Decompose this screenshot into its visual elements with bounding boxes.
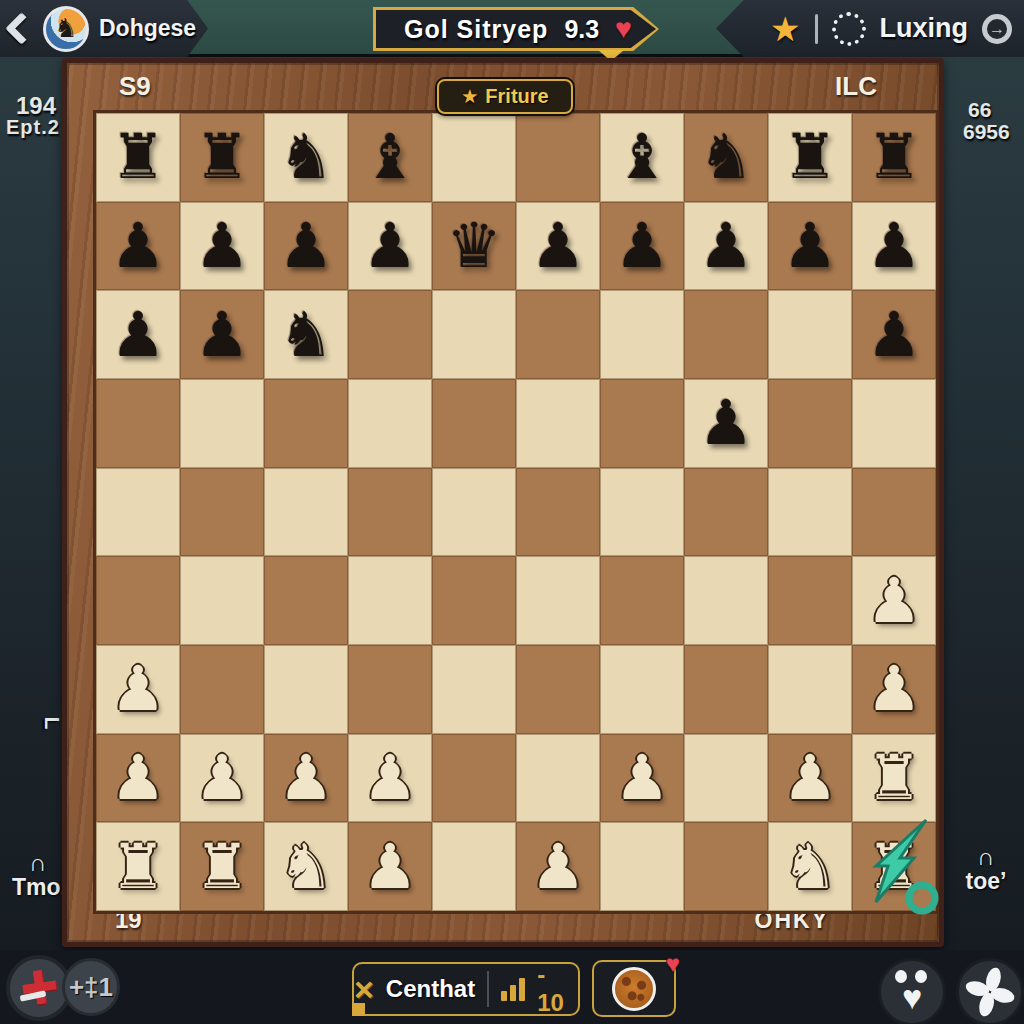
square-r2c6[interactable]: ♟ (516, 202, 600, 291)
square-r5c7[interactable] (600, 468, 684, 557)
square-r2c8[interactable]: ♟ (684, 202, 768, 291)
black-pawn: ♟ (530, 215, 586, 277)
white-rook: ♜ (194, 836, 250, 898)
square-r9c6[interactable]: ♟ (516, 822, 600, 911)
square-r9c8[interactable] (684, 822, 768, 911)
square-r5c3[interactable] (264, 468, 348, 557)
square-r4c7[interactable] (600, 379, 684, 468)
square-r8c10[interactable]: ♜ (852, 734, 936, 823)
square-r3c9[interactable] (768, 290, 852, 379)
black-knight: ♞ (278, 304, 334, 366)
heart-icon: ♥ (666, 950, 680, 978)
square-r8c1[interactable]: ♟ (96, 734, 180, 823)
bar-chart-icon (501, 977, 525, 1001)
square-r2c4[interactable]: ♟ (348, 202, 432, 291)
mode-plate: ★ Luxing → (716, 0, 1024, 57)
square-r4c5[interactable] (432, 379, 516, 468)
square-r5c1[interactable] (96, 468, 180, 557)
cookie-button[interactable]: ♥ (592, 960, 676, 1017)
square-r4c8[interactable]: ♟ (684, 379, 768, 468)
square-r5c10[interactable] (852, 468, 936, 557)
square-r1c4[interactable]: ♝ (348, 113, 432, 202)
square-r6c4[interactable] (348, 556, 432, 645)
action-button[interactable]: × Centhat - 10 (352, 962, 580, 1016)
square-r5c4[interactable] (348, 468, 432, 557)
square-r1c7[interactable]: ♝ (600, 113, 684, 202)
square-r1c10[interactable]: ♜ (852, 113, 936, 202)
square-r6c6[interactable] (516, 556, 600, 645)
square-r7c6[interactable] (516, 645, 600, 734)
bottom-bar: ✚ +‡1 × Centhat - 10 ♥ ♥ (0, 950, 1024, 1024)
square-r2c1[interactable]: ♟ (96, 202, 180, 291)
chess-board: ♜♜♞♝♝♞♜♜♟♟♟♟♛♟♟♟♟♟♟♟♞♟♟♟♟♟♟♟♟♟♟♟♜♜♜♞♟♟♞♜ (93, 110, 939, 914)
square-r2c9[interactable]: ♟ (768, 202, 852, 291)
avatar[interactable]: ♞ (43, 6, 89, 52)
white-pawn: ♟ (194, 747, 250, 809)
friture-badge[interactable]: ★ Friture (437, 79, 573, 114)
friends-icon: ♥ (892, 970, 932, 1014)
friends-button[interactable]: ♥ (878, 958, 946, 1024)
next-arrow-icon[interactable]: → (982, 14, 1012, 44)
square-r9c4[interactable]: ♟ (348, 822, 432, 911)
square-r5c6[interactable] (516, 468, 600, 557)
square-r7c10[interactable]: ♟ (852, 645, 936, 734)
square-r9c9[interactable]: ♞ (768, 822, 852, 911)
square-r1c2[interactable]: ♜ (180, 113, 264, 202)
square-r1c6[interactable] (516, 113, 600, 202)
cross-icon: × (354, 972, 374, 1006)
square-r6c7[interactable] (600, 556, 684, 645)
square-r1c5[interactable] (432, 113, 516, 202)
square-r6c3[interactable] (264, 556, 348, 645)
square-r4c3[interactable] (264, 379, 348, 468)
black-pawn: ♟ (866, 215, 922, 277)
black-knight: ♞ (278, 126, 334, 188)
square-r6c5[interactable] (432, 556, 516, 645)
square-r4c4[interactable] (348, 379, 432, 468)
square-r8c4[interactable]: ♟ (348, 734, 432, 823)
avatar-knight-icon: ♞ (54, 13, 77, 44)
square-r7c8[interactable] (684, 645, 768, 734)
square-r7c2[interactable] (180, 645, 264, 734)
black-pawn: ♟ (698, 392, 754, 454)
board-frame: S9 ILC 19 OHKY ♜♜♞♝♝♞♜♜♟♟♟♟♛♟♟♟♟♟♟♟♞♟♟♟♟… (62, 58, 944, 947)
black-rook: ♜ (782, 126, 838, 188)
white-rook: ♜ (110, 836, 166, 898)
white-pawn: ♟ (614, 747, 670, 809)
black-pawn: ♟ (362, 215, 418, 277)
square-r7c4[interactable] (348, 645, 432, 734)
black-pawn: ♟ (194, 215, 250, 277)
black-pawn: ♟ (278, 215, 334, 277)
banner-score: 9.3 (564, 15, 599, 44)
white-pawn: ♟ (362, 747, 418, 809)
divider (487, 971, 489, 1007)
square-r3c5[interactable] (432, 290, 516, 379)
clover-icon (966, 968, 1014, 1016)
white-pawn: ♟ (362, 836, 418, 898)
clover-button[interactable] (956, 958, 1024, 1024)
square-r9c2[interactable]: ♜ (180, 822, 264, 911)
black-bishop: ♝ (362, 126, 418, 188)
square-r2c3[interactable]: ♟ (264, 202, 348, 291)
square-r8c2[interactable]: ♟ (180, 734, 264, 823)
player-plate[interactable]: ♞ Dohgese (0, 0, 208, 57)
square-r3c1[interactable]: ♟ (96, 290, 180, 379)
black-pawn: ♟ (698, 215, 754, 277)
square-r8c8[interactable] (684, 734, 768, 823)
square-r5c5[interactable] (432, 468, 516, 557)
friture-label: Friture (485, 85, 548, 108)
action-label: Centhat (386, 975, 475, 1003)
right-counter-1: 66 (968, 98, 991, 122)
cookie-icon (612, 967, 656, 1011)
square-r6c1[interactable] (96, 556, 180, 645)
square-r1c8[interactable]: ♞ (684, 113, 768, 202)
square-r4c2[interactable] (180, 379, 264, 468)
white-pawn: ♟ (866, 570, 922, 632)
square-r2c5[interactable]: ♛ (432, 202, 516, 291)
mode-label: Luxing (880, 13, 969, 44)
square-r8c9[interactable]: ♟ (768, 734, 852, 823)
add-piece-button[interactable]: +‡1 (62, 958, 120, 1016)
square-r4c10[interactable] (852, 379, 936, 468)
square-r6c10[interactable]: ♟ (852, 556, 936, 645)
square-r5c9[interactable] (768, 468, 852, 557)
white-pawn: ♟ (782, 747, 838, 809)
banner-title: Gol Sitryep (404, 15, 548, 44)
back-icon[interactable] (5, 12, 38, 45)
square-r6c8[interactable] (684, 556, 768, 645)
square-r7c9[interactable] (768, 645, 852, 734)
top-bar: ♞ Dohgese Gol Sitryep 9.3 ♥ ★ Luxing → (0, 0, 1024, 57)
heart-icon: ♥ (615, 13, 632, 45)
black-pawn: ♟ (782, 215, 838, 277)
square-r9c3[interactable]: ♞ (264, 822, 348, 911)
square-r4c6[interactable] (516, 379, 600, 468)
square-r7c3[interactable] (264, 645, 348, 734)
frame-label-top-right: ILC (835, 71, 877, 102)
square-r3c3[interactable]: ♞ (264, 290, 348, 379)
square-r3c10[interactable]: ♟ (852, 290, 936, 379)
square-r1c9[interactable]: ♜ (768, 113, 852, 202)
black-bishop: ♝ (614, 126, 670, 188)
black-pawn: ♟ (110, 215, 166, 277)
square-r6c2[interactable] (180, 556, 264, 645)
square-r9c1[interactable]: ♜ (96, 822, 180, 911)
square-r7c5[interactable] (432, 645, 516, 734)
right-counter-2: 6956 (963, 120, 1010, 144)
square-r4c9[interactable] (768, 379, 852, 468)
square-r6c9[interactable] (768, 556, 852, 645)
square-r1c1[interactable]: ♜ (96, 113, 180, 202)
square-r8c3[interactable]: ♟ (264, 734, 348, 823)
square-r9c5[interactable] (432, 822, 516, 911)
white-pawn: ♟ (530, 836, 586, 898)
black-rook: ♜ (110, 126, 166, 188)
square-r5c8[interactable] (684, 468, 768, 557)
square-r8c6[interactable] (516, 734, 600, 823)
black-pawn: ♟ (194, 304, 250, 366)
arc-icon: ∩ (958, 850, 1014, 864)
white-rook: ♜ (866, 836, 922, 898)
red-cross-icon: ✚ (16, 959, 62, 1018)
score-label: - 10 (537, 961, 578, 1017)
square-r9c7[interactable] (600, 822, 684, 911)
white-knight: ♞ (782, 836, 838, 898)
square-r4c1[interactable] (96, 379, 180, 468)
square-r9c10[interactable]: ♜ (852, 822, 936, 911)
square-r8c5[interactable] (432, 734, 516, 823)
player-name: Dohgese (99, 15, 196, 42)
black-rook: ♜ (866, 126, 922, 188)
plus-glyphs: +‡1 (69, 972, 113, 1003)
square-r2c2[interactable]: ♟ (180, 202, 264, 291)
white-pawn: ♟ (110, 658, 166, 720)
black-queen: ♛ (446, 215, 502, 277)
title-banner: Gol Sitryep 9.3 ♥ (373, 7, 659, 51)
arc-icon: ∩ (12, 856, 64, 870)
corner-right-label: ∩ toe’ (958, 850, 1014, 895)
square-r7c1[interactable]: ♟ (96, 645, 180, 734)
black-knight: ♞ (698, 126, 754, 188)
white-knight: ♞ (278, 836, 334, 898)
frame-label-top-left: S9 (119, 71, 151, 102)
left-counter-2: Ept.2 (6, 116, 56, 139)
square-r3c7[interactable] (600, 290, 684, 379)
square-r2c7[interactable]: ♟ (600, 202, 684, 291)
gold-notch (352, 1003, 365, 1016)
square-r7c7[interactable] (600, 645, 684, 734)
star-icon: ★ (461, 85, 478, 108)
app-screen: ♞ Dohgese Gol Sitryep 9.3 ♥ ★ Luxing → 1… (0, 0, 1024, 1024)
square-r2c10[interactable]: ♟ (852, 202, 936, 291)
white-pawn: ♟ (110, 747, 166, 809)
loading-dots-icon[interactable] (832, 12, 866, 46)
white-rook: ♜ (866, 747, 922, 809)
square-r3c4[interactable] (348, 290, 432, 379)
square-r3c2[interactable]: ♟ (180, 290, 264, 379)
square-r3c8[interactable] (684, 290, 768, 379)
black-rook: ♜ (194, 126, 250, 188)
square-r8c7[interactable]: ♟ (600, 734, 684, 823)
square-r5c2[interactable] (180, 468, 264, 557)
black-pawn: ♟ (614, 215, 670, 277)
corner-left-label: ∩ Tmo. (12, 856, 64, 901)
black-pawn: ♟ (866, 304, 922, 366)
square-r3c6[interactable] (516, 290, 600, 379)
star-icon[interactable]: ★ (770, 9, 800, 49)
black-pawn: ♟ (110, 304, 166, 366)
square-r1c3[interactable]: ♞ (264, 113, 348, 202)
white-pawn: ♟ (278, 747, 334, 809)
divider (815, 14, 818, 44)
white-pawn: ♟ (866, 658, 922, 720)
